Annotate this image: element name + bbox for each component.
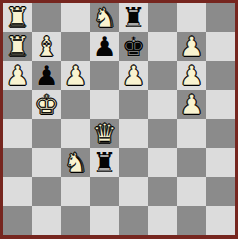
square-e8[interactable]: ♜: [119, 3, 148, 32]
square-f5[interactable]: [148, 90, 177, 119]
square-h2[interactable]: [206, 177, 235, 206]
square-h1[interactable]: [206, 206, 235, 235]
square-f3[interactable]: [148, 148, 177, 177]
square-h4[interactable]: [206, 119, 235, 148]
square-c8[interactable]: [61, 3, 90, 32]
square-c5[interactable]: [61, 90, 90, 119]
square-g3[interactable]: [177, 148, 206, 177]
square-g5[interactable]: ♟: [177, 90, 206, 119]
white-pawn-piece[interactable]: ♟: [179, 61, 203, 90]
square-c3[interactable]: ♞: [61, 148, 90, 177]
chessboard-frame: ♜♞♜♜♝♟♚♟♟♟♟♟♟♚♟♛♞♜: [0, 0, 238, 239]
square-b3[interactable]: [32, 148, 61, 177]
square-h8[interactable]: [206, 3, 235, 32]
square-b8[interactable]: [32, 3, 61, 32]
square-a2[interactable]: [3, 177, 32, 206]
square-d1[interactable]: [90, 206, 119, 235]
white-king-piece[interactable]: ♚: [34, 90, 58, 119]
square-e7[interactable]: ♚: [119, 32, 148, 61]
square-c1[interactable]: [61, 206, 90, 235]
square-e2[interactable]: [119, 177, 148, 206]
white-queen-piece[interactable]: ♛: [92, 119, 116, 148]
square-e4[interactable]: [119, 119, 148, 148]
square-f2[interactable]: [148, 177, 177, 206]
square-d3[interactable]: ♜: [90, 148, 119, 177]
square-e5[interactable]: [119, 90, 148, 119]
white-rook-piece[interactable]: ♜: [5, 32, 29, 61]
white-pawn-piece[interactable]: ♟: [63, 61, 87, 90]
square-b6[interactable]: ♟: [32, 61, 61, 90]
white-pawn-piece[interactable]: ♟: [179, 32, 203, 61]
square-g2[interactable]: [177, 177, 206, 206]
white-bishop-piece[interactable]: ♝: [34, 32, 58, 61]
square-h7[interactable]: [206, 32, 235, 61]
chessboard: ♜♞♜♜♝♟♚♟♟♟♟♟♟♚♟♛♞♜: [3, 3, 235, 235]
square-f7[interactable]: [148, 32, 177, 61]
square-e6[interactable]: ♟: [119, 61, 148, 90]
black-rook-piece[interactable]: ♜: [92, 148, 116, 177]
square-h3[interactable]: [206, 148, 235, 177]
square-c4[interactable]: [61, 119, 90, 148]
white-pawn-piece[interactable]: ♟: [5, 61, 29, 90]
square-f8[interactable]: [148, 3, 177, 32]
square-f1[interactable]: [148, 206, 177, 235]
white-knight-piece[interactable]: ♞: [92, 3, 116, 32]
square-f6[interactable]: [148, 61, 177, 90]
square-g4[interactable]: [177, 119, 206, 148]
square-h5[interactable]: [206, 90, 235, 119]
black-king-piece[interactable]: ♚: [121, 32, 145, 61]
square-d8[interactable]: ♞: [90, 3, 119, 32]
square-a1[interactable]: [3, 206, 32, 235]
white-knight-piece[interactable]: ♞: [63, 148, 87, 177]
white-pawn-piece[interactable]: ♟: [121, 61, 145, 90]
white-rook-piece[interactable]: ♜: [5, 3, 29, 32]
square-g8[interactable]: [177, 3, 206, 32]
square-e1[interactable]: [119, 206, 148, 235]
black-rook-piece[interactable]: ♜: [121, 3, 145, 32]
square-g7[interactable]: ♟: [177, 32, 206, 61]
square-d7[interactable]: ♟: [90, 32, 119, 61]
square-d5[interactable]: [90, 90, 119, 119]
square-a6[interactable]: ♟: [3, 61, 32, 90]
square-b7[interactable]: ♝: [32, 32, 61, 61]
square-e3[interactable]: [119, 148, 148, 177]
square-b4[interactable]: [32, 119, 61, 148]
square-d2[interactable]: [90, 177, 119, 206]
square-a7[interactable]: ♜: [3, 32, 32, 61]
square-d6[interactable]: [90, 61, 119, 90]
square-d4[interactable]: ♛: [90, 119, 119, 148]
black-pawn-piece[interactable]: ♟: [92, 32, 116, 61]
square-c7[interactable]: [61, 32, 90, 61]
square-g6[interactable]: ♟: [177, 61, 206, 90]
black-pawn-piece[interactable]: ♟: [34, 61, 58, 90]
square-a4[interactable]: [3, 119, 32, 148]
square-c6[interactable]: ♟: [61, 61, 90, 90]
square-h6[interactable]: [206, 61, 235, 90]
square-a5[interactable]: [3, 90, 32, 119]
square-b1[interactable]: [32, 206, 61, 235]
square-f4[interactable]: [148, 119, 177, 148]
square-a3[interactable]: [3, 148, 32, 177]
square-c2[interactable]: [61, 177, 90, 206]
square-a8[interactable]: ♜: [3, 3, 32, 32]
square-b2[interactable]: [32, 177, 61, 206]
square-b5[interactable]: ♚: [32, 90, 61, 119]
square-g1[interactable]: [177, 206, 206, 235]
white-pawn-piece[interactable]: ♟: [179, 90, 203, 119]
